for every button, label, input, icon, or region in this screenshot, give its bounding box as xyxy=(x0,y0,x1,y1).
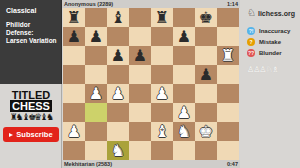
square-d3[interactable] xyxy=(129,103,151,122)
square-c5[interactable] xyxy=(107,65,129,84)
white-king[interactable]: ♚ xyxy=(195,122,217,141)
square-a5[interactable] xyxy=(63,65,85,84)
square-h7[interactable] xyxy=(217,27,239,46)
chess-board[interactable]: ♜♝♜♚♟♟♟♟♟♜♟♟♟♟♟♟♝♞♚♞ xyxy=(63,8,239,160)
bottom-player-clock: 0:47 xyxy=(227,161,238,167)
square-f6[interactable] xyxy=(173,46,195,65)
square-a3[interactable] xyxy=(63,103,85,122)
square-f8[interactable] xyxy=(173,8,195,27)
square-g4[interactable] xyxy=(195,84,217,103)
black-pawn[interactable]: ♟ xyxy=(85,27,107,46)
black-rook[interactable]: ♜ xyxy=(151,8,173,27)
mistake-label: Mistake xyxy=(259,39,281,45)
blunder-icon: ?? xyxy=(247,49,255,57)
square-c2[interactable] xyxy=(107,122,129,141)
black-rook[interactable]: ♜ xyxy=(63,8,85,27)
square-a7[interactable]: ♟ xyxy=(63,27,85,46)
square-b3[interactable] xyxy=(85,103,107,122)
legend-inaccuracy: ?! Inaccuracy xyxy=(247,27,300,35)
channel-logo-titled: TITLED xyxy=(10,90,52,100)
square-f5[interactable] xyxy=(173,65,195,84)
event-label: Classical xyxy=(6,7,57,14)
square-e2[interactable]: ♝ xyxy=(151,122,173,141)
square-d8[interactable] xyxy=(129,8,151,27)
thumbnail-stage: Classical Philidor Defense: Larsen Varia… xyxy=(0,0,300,168)
square-e1[interactable] xyxy=(151,141,173,160)
square-g1[interactable] xyxy=(195,141,217,160)
square-b2[interactable] xyxy=(85,122,107,141)
black-pawn[interactable]: ♟ xyxy=(195,65,217,84)
square-a6[interactable] xyxy=(63,46,85,65)
square-g2[interactable]: ♚ xyxy=(195,122,217,141)
square-f2[interactable]: ♞ xyxy=(173,122,195,141)
square-h5[interactable] xyxy=(217,65,239,84)
captured-pieces-row: ♙♙♙♘♗ xyxy=(247,65,300,74)
bottom-player-name: Mekhitarian (2583) xyxy=(64,161,112,167)
youtube-play-icon xyxy=(9,133,13,137)
square-c3[interactable] xyxy=(107,103,129,122)
square-h3[interactable] xyxy=(217,103,239,122)
subscribe-label: Subscribe xyxy=(16,130,52,139)
square-b1[interactable] xyxy=(85,141,107,160)
square-b8[interactable] xyxy=(85,8,107,27)
white-knight[interactable]: ♞ xyxy=(107,141,129,160)
square-g3[interactable] xyxy=(195,103,217,122)
white-rook[interactable]: ♜ xyxy=(217,46,239,65)
legend-mistake: ? Mistake xyxy=(247,38,300,46)
inaccuracy-icon: ?! xyxy=(247,27,255,35)
channel-branding: TITLED CHESS ♜♞♝♚♛♝♞ Subscribe xyxy=(0,84,62,168)
site-label: lichess.org xyxy=(258,10,295,17)
square-c1[interactable]: ♞ xyxy=(107,141,129,160)
square-h8[interactable] xyxy=(217,8,239,27)
opening-name-line2: Larsen Variation xyxy=(6,37,57,45)
square-e8[interactable]: ♜ xyxy=(151,8,173,27)
lichess-knight-icon: ♘ xyxy=(247,8,256,18)
square-d5[interactable] xyxy=(129,65,151,84)
opening-name-line1: Philidor Defense: xyxy=(6,21,57,37)
square-g5[interactable]: ♟ xyxy=(195,65,217,84)
square-f4[interactable] xyxy=(173,84,195,103)
square-g6[interactable] xyxy=(195,46,217,65)
right-panel: ♘ lichess.org ?! Inaccuracy ? Mistake ??… xyxy=(240,0,300,168)
black-pawn[interactable]: ♟ xyxy=(129,46,151,65)
square-a1[interactable] xyxy=(63,141,85,160)
white-pawn[interactable]: ♟ xyxy=(63,122,85,141)
white-bishop[interactable]: ♝ xyxy=(151,122,173,141)
annotation-legend: ?! Inaccuracy ? Mistake ?? Blunder xyxy=(247,27,300,57)
square-d4[interactable] xyxy=(129,84,151,103)
square-e3[interactable] xyxy=(151,103,173,122)
square-b6[interactable] xyxy=(85,46,107,65)
square-g7[interactable] xyxy=(195,27,217,46)
square-a8[interactable]: ♜ xyxy=(63,8,85,27)
square-e5[interactable] xyxy=(151,65,173,84)
top-player-name: Anonymous (2289) xyxy=(64,1,113,7)
white-pawn[interactable]: ♟ xyxy=(107,84,129,103)
square-c4[interactable]: ♟ xyxy=(107,84,129,103)
mistake-icon: ? xyxy=(247,38,255,46)
black-pawn[interactable]: ♟ xyxy=(63,27,85,46)
black-king[interactable]: ♚ xyxy=(195,8,217,27)
top-player-clock: 1:14 xyxy=(227,1,238,7)
square-b5[interactable] xyxy=(85,65,107,84)
opening-info-panel: Classical Philidor Defense: Larsen Varia… xyxy=(0,0,62,84)
square-h6[interactable]: ♜ xyxy=(217,46,239,65)
square-b4[interactable]: ♟ xyxy=(85,84,107,103)
channel-logo-chess: CHESS xyxy=(10,100,52,112)
square-d6[interactable]: ♟ xyxy=(129,46,151,65)
site-branding: ♘ lichess.org xyxy=(247,8,300,18)
bottom-player-bar: Mekhitarian (2583) 0:47 xyxy=(62,160,240,168)
left-panel: Classical Philidor Defense: Larsen Varia… xyxy=(0,0,62,168)
blunder-label: Blunder xyxy=(259,50,282,56)
black-bishop[interactable]: ♝ xyxy=(107,8,129,27)
subscribe-button[interactable]: Subscribe xyxy=(3,127,58,142)
white-pawn[interactable]: ♟ xyxy=(173,103,195,122)
inaccuracy-label: Inaccuracy xyxy=(259,28,290,34)
square-e4[interactable]: ♟ xyxy=(151,84,173,103)
square-d7[interactable] xyxy=(129,27,151,46)
square-h1[interactable] xyxy=(217,141,239,160)
white-pawn[interactable]: ♟ xyxy=(151,84,173,103)
square-h2[interactable] xyxy=(217,122,239,141)
square-c7[interactable] xyxy=(107,27,129,46)
square-a4[interactable] xyxy=(63,84,85,103)
channel-logo: TITLED CHESS ♜♞♝♚♛♝♞ xyxy=(10,90,52,123)
black-pawn[interactable]: ♟ xyxy=(107,46,129,65)
black-pawn[interactable]: ♟ xyxy=(173,27,195,46)
legend-blunder: ?? Blunder xyxy=(247,49,300,57)
white-knight[interactable]: ♞ xyxy=(173,122,195,141)
white-pawn[interactable]: ♟ xyxy=(85,84,107,103)
square-f1[interactable] xyxy=(173,141,195,160)
square-f3[interactable]: ♟ xyxy=(173,103,195,122)
square-h4[interactable] xyxy=(217,84,239,103)
square-d1[interactable] xyxy=(129,141,151,160)
board-column: Anonymous (2289) 1:14 ♜♝♜♚♟♟♟♟♟♜♟♟♟♟♟♟♝♞… xyxy=(62,0,240,168)
square-g8[interactable]: ♚ xyxy=(195,8,217,27)
square-c8[interactable]: ♝ xyxy=(107,8,129,27)
square-c6[interactable]: ♟ xyxy=(107,46,129,65)
chess-pieces-art: ♜♞♝♚♛♝♞ xyxy=(10,112,52,123)
square-a2[interactable]: ♟ xyxy=(63,122,85,141)
square-d2[interactable] xyxy=(129,122,151,141)
square-e6[interactable] xyxy=(151,46,173,65)
square-f7[interactable]: ♟ xyxy=(173,27,195,46)
square-b7[interactable]: ♟ xyxy=(85,27,107,46)
square-e7[interactable] xyxy=(151,27,173,46)
top-player-bar: Anonymous (2289) 1:14 xyxy=(62,0,240,8)
